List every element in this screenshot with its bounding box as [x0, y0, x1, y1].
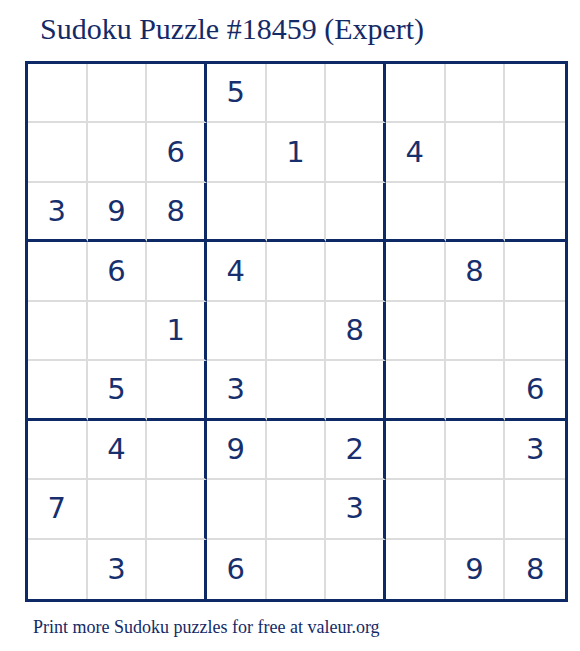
sudoku-cell-r5c8[interactable] — [446, 302, 506, 361]
sudoku-cell-r5c2[interactable] — [88, 302, 148, 361]
sudoku-cell-r2c5[interactable]: 1 — [267, 123, 327, 182]
sudoku-cell-r5c4[interactable] — [207, 302, 267, 361]
sudoku-cell-r3c3[interactable]: 8 — [147, 183, 207, 242]
sudoku-cell-r5c1[interactable] — [28, 302, 88, 361]
sudoku-cell-r4c2[interactable]: 6 — [88, 242, 148, 301]
sudoku-cell-r9c1[interactable] — [28, 540, 88, 599]
sudoku-cell-r3c5[interactable] — [267, 183, 327, 242]
sudoku-cell-r5c6[interactable]: 8 — [326, 302, 386, 361]
sudoku-cell-r2c4[interactable] — [207, 123, 267, 182]
sudoku-cell-r8c9[interactable] — [505, 480, 565, 539]
sudoku-cell-r8c7[interactable] — [386, 480, 446, 539]
sudoku-cell-r1c3[interactable] — [147, 64, 207, 123]
sudoku-cell-r8c2[interactable] — [88, 480, 148, 539]
sudoku-cell-r6c7[interactable] — [386, 361, 446, 420]
sudoku-cell-r1c9[interactable] — [505, 64, 565, 123]
sudoku-cell-r7c1[interactable] — [28, 421, 88, 480]
sudoku-cell-r9c4[interactable]: 6 — [207, 540, 267, 599]
sudoku-cell-r6c6[interactable] — [326, 361, 386, 420]
sudoku-cell-r4c3[interactable] — [147, 242, 207, 301]
sudoku-board: 5614398648185364923733698 — [25, 61, 568, 602]
sudoku-cell-r8c6[interactable]: 3 — [326, 480, 386, 539]
sudoku-cell-r2c6[interactable] — [326, 123, 386, 182]
sudoku-cell-r8c1[interactable]: 7 — [28, 480, 88, 539]
sudoku-cell-r2c1[interactable] — [28, 123, 88, 182]
page-title: Sudoku Puzzle #18459 (Expert) — [40, 12, 424, 46]
sudoku-cell-r6c5[interactable] — [267, 361, 327, 420]
sudoku-cell-r6c8[interactable] — [446, 361, 506, 420]
sudoku-cell-r4c1[interactable] — [28, 242, 88, 301]
sudoku-cell-r7c4[interactable]: 9 — [207, 421, 267, 480]
sudoku-cell-r2c3[interactable]: 6 — [147, 123, 207, 182]
sudoku-cell-r7c7[interactable] — [386, 421, 446, 480]
sudoku-cell-r8c8[interactable] — [446, 480, 506, 539]
sudoku-cell-r3c4[interactable] — [207, 183, 267, 242]
sudoku-cell-r6c9[interactable]: 6 — [505, 361, 565, 420]
sudoku-cell-r7c8[interactable] — [446, 421, 506, 480]
sudoku-cell-r1c1[interactable] — [28, 64, 88, 123]
sudoku-cell-r1c4[interactable]: 5 — [207, 64, 267, 123]
sudoku-cell-r7c2[interactable]: 4 — [88, 421, 148, 480]
sudoku-cell-r2c7[interactable]: 4 — [386, 123, 446, 182]
sudoku-cell-r8c4[interactable] — [207, 480, 267, 539]
sudoku-cell-r5c9[interactable] — [505, 302, 565, 361]
sudoku-cell-r3c9[interactable] — [505, 183, 565, 242]
sudoku-cell-r4c9[interactable] — [505, 242, 565, 301]
sudoku-cell-r4c6[interactable] — [326, 242, 386, 301]
sudoku-cell-r1c7[interactable] — [386, 64, 446, 123]
sudoku-cell-r9c2[interactable]: 3 — [88, 540, 148, 599]
sudoku-cell-r7c9[interactable]: 3 — [505, 421, 565, 480]
sudoku-cell-r2c9[interactable] — [505, 123, 565, 182]
sudoku-cell-r9c9[interactable]: 8 — [505, 540, 565, 599]
sudoku-cell-r5c7[interactable] — [386, 302, 446, 361]
sudoku-cell-r9c6[interactable] — [326, 540, 386, 599]
sudoku-cell-r9c7[interactable] — [386, 540, 446, 599]
sudoku-cell-r7c6[interactable]: 2 — [326, 421, 386, 480]
sudoku-cell-r1c6[interactable] — [326, 64, 386, 123]
sudoku-cell-r5c3[interactable]: 1 — [147, 302, 207, 361]
sudoku-cell-r9c3[interactable] — [147, 540, 207, 599]
sudoku-cell-r4c8[interactable]: 8 — [446, 242, 506, 301]
sudoku-cell-r7c3[interactable] — [147, 421, 207, 480]
sudoku-cell-r3c7[interactable] — [386, 183, 446, 242]
sudoku-cell-r2c2[interactable] — [88, 123, 148, 182]
sudoku-cell-r8c5[interactable] — [267, 480, 327, 539]
sudoku-cell-r6c3[interactable] — [147, 361, 207, 420]
sudoku-cell-r1c2[interactable] — [88, 64, 148, 123]
footer-text: Print more Sudoku puzzles for free at va… — [33, 617, 380, 638]
sudoku-cell-r6c2[interactable]: 5 — [88, 361, 148, 420]
sudoku-cell-r3c1[interactable]: 3 — [28, 183, 88, 242]
sudoku-cell-r1c8[interactable] — [446, 64, 506, 123]
sudoku-cell-r9c8[interactable]: 9 — [446, 540, 506, 599]
sudoku-cell-r6c4[interactable]: 3 — [207, 361, 267, 420]
sudoku-cell-r3c2[interactable]: 9 — [88, 183, 148, 242]
sudoku-cell-r4c5[interactable] — [267, 242, 327, 301]
sudoku-cell-r9c5[interactable] — [267, 540, 327, 599]
sudoku-cell-r3c8[interactable] — [446, 183, 506, 242]
sudoku-cell-r1c5[interactable] — [267, 64, 327, 123]
sudoku-cell-r4c4[interactable]: 4 — [207, 242, 267, 301]
sudoku-cell-r7c5[interactable] — [267, 421, 327, 480]
sudoku-cell-r5c5[interactable] — [267, 302, 327, 361]
sudoku-cell-r2c8[interactable] — [446, 123, 506, 182]
sudoku-cell-r4c7[interactable] — [386, 242, 446, 301]
sudoku-cell-r8c3[interactable] — [147, 480, 207, 539]
sudoku-cell-r6c1[interactable] — [28, 361, 88, 420]
sudoku-cell-r3c6[interactable] — [326, 183, 386, 242]
